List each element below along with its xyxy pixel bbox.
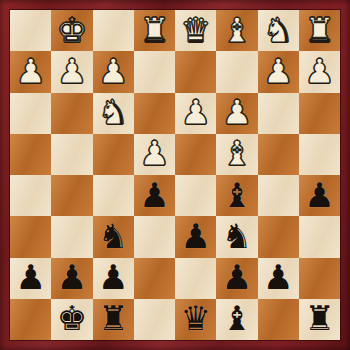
white-rook: ♜ [304,13,334,47]
square-f8[interactable]: ♜ [93,299,134,340]
square-h7[interactable]: ♟ [10,258,51,299]
square-h1[interactable] [10,10,51,51]
square-h5[interactable] [10,175,51,216]
white-pawn: ♟ [15,54,45,88]
board-frame: ♚♜♛♝♞♜♟♟♟♟♟♞♟♟♟♝♟♝♟♞♟♞♟♟♟♟♟♚♜♛♝♜ [0,0,350,350]
black-pawn: ♟ [139,178,169,212]
square-a2[interactable]: ♟ [299,51,340,92]
square-c7[interactable]: ♟ [216,258,257,299]
white-bishop: ♝ [222,136,252,170]
square-c5[interactable]: ♝ [216,175,257,216]
square-h3[interactable] [10,93,51,134]
white-knight: ♞ [263,13,293,47]
black-pawn: ♟ [15,260,45,294]
white-pawn: ♟ [98,54,128,88]
square-g1[interactable]: ♚ [51,10,92,51]
square-b8[interactable] [258,299,299,340]
square-b1[interactable]: ♞ [258,10,299,51]
square-b5[interactable] [258,175,299,216]
white-rook: ♜ [139,13,169,47]
square-a7[interactable] [299,258,340,299]
square-f1[interactable] [93,10,134,51]
white-knight: ♞ [98,95,128,129]
square-c6[interactable]: ♞ [216,216,257,257]
square-f4[interactable] [93,134,134,175]
square-b3[interactable] [258,93,299,134]
square-b2[interactable]: ♟ [258,51,299,92]
white-pawn: ♟ [222,95,252,129]
square-e8[interactable] [134,299,175,340]
square-f3[interactable]: ♞ [93,93,134,134]
chess-board: ♚♜♛♝♞♜♟♟♟♟♟♞♟♟♟♝♟♝♟♞♟♞♟♟♟♟♟♚♜♛♝♜ [10,10,340,340]
square-g3[interactable] [51,93,92,134]
square-c4[interactable]: ♝ [216,134,257,175]
square-b6[interactable] [258,216,299,257]
white-pawn: ♟ [180,95,210,129]
square-e3[interactable] [134,93,175,134]
square-f2[interactable]: ♟ [93,51,134,92]
square-a1[interactable]: ♜ [299,10,340,51]
square-e1[interactable]: ♜ [134,10,175,51]
square-c8[interactable]: ♝ [216,299,257,340]
square-a8[interactable]: ♜ [299,299,340,340]
square-h2[interactable]: ♟ [10,51,51,92]
black-queen: ♛ [180,301,210,335]
square-e6[interactable] [134,216,175,257]
square-b7[interactable]: ♟ [258,258,299,299]
square-b4[interactable] [258,134,299,175]
black-pawn: ♟ [180,219,210,253]
square-g6[interactable] [51,216,92,257]
square-d2[interactable] [175,51,216,92]
black-rook: ♜ [304,301,334,335]
square-a4[interactable] [299,134,340,175]
black-pawn: ♟ [57,260,87,294]
black-pawn: ♟ [222,260,252,294]
square-c3[interactable]: ♟ [216,93,257,134]
square-c2[interactable] [216,51,257,92]
square-d6[interactable]: ♟ [175,216,216,257]
black-bishop: ♝ [222,301,252,335]
white-king: ♚ [57,13,87,47]
square-g7[interactable]: ♟ [51,258,92,299]
black-pawn: ♟ [98,260,128,294]
black-knight: ♞ [98,219,128,253]
square-g5[interactable] [51,175,92,216]
black-pawn: ♟ [304,178,334,212]
square-d3[interactable]: ♟ [175,93,216,134]
black-rook: ♜ [98,301,128,335]
square-c1[interactable]: ♝ [216,10,257,51]
square-g4[interactable] [51,134,92,175]
square-f7[interactable]: ♟ [93,258,134,299]
square-d1[interactable]: ♛ [175,10,216,51]
black-bishop: ♝ [222,178,252,212]
square-e4[interactable]: ♟ [134,134,175,175]
square-e7[interactable] [134,258,175,299]
square-e5[interactable]: ♟ [134,175,175,216]
square-a6[interactable] [299,216,340,257]
white-queen: ♛ [180,13,210,47]
square-d5[interactable] [175,175,216,216]
square-g2[interactable]: ♟ [51,51,92,92]
white-pawn: ♟ [57,54,87,88]
white-pawn: ♟ [263,54,293,88]
square-h4[interactable] [10,134,51,175]
white-pawn: ♟ [304,54,334,88]
square-d4[interactable] [175,134,216,175]
black-knight: ♞ [222,219,252,253]
square-f5[interactable] [93,175,134,216]
square-g8[interactable]: ♚ [51,299,92,340]
square-e2[interactable] [134,51,175,92]
square-h8[interactable] [10,299,51,340]
black-king: ♚ [57,301,87,335]
white-bishop: ♝ [222,13,252,47]
square-a5[interactable]: ♟ [299,175,340,216]
square-a3[interactable] [299,93,340,134]
white-pawn: ♟ [139,136,169,170]
square-d8[interactable]: ♛ [175,299,216,340]
square-h6[interactable] [10,216,51,257]
black-pawn: ♟ [263,260,293,294]
square-f6[interactable]: ♞ [93,216,134,257]
square-d7[interactable] [175,258,216,299]
